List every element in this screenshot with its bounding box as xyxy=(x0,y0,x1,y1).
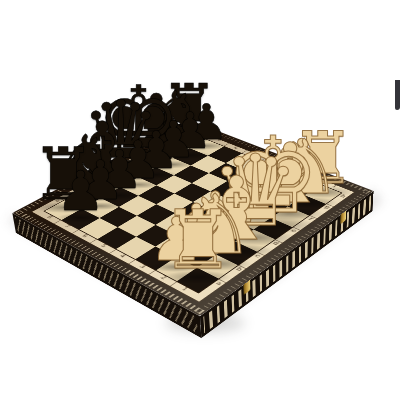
square-b6 xyxy=(99,207,137,227)
photo-edge-artifact xyxy=(395,80,400,110)
perspective-wrapper: 87654321 87654321 hgfedcba hgfedcba xyxy=(0,0,400,400)
square-e1 xyxy=(253,218,292,240)
square-c1 xyxy=(216,242,256,265)
square-f2 xyxy=(250,197,288,217)
square-c2 xyxy=(196,232,236,254)
square-c3 xyxy=(175,222,214,244)
coordinate-label: h xyxy=(326,193,349,207)
square-a3 xyxy=(136,246,176,269)
square-b4 xyxy=(136,225,175,247)
coordinate-label: 3 xyxy=(127,259,155,275)
coordinate-label: f xyxy=(293,215,318,230)
square-a5 xyxy=(97,227,136,249)
square-a6 xyxy=(79,218,117,239)
board-top-surface: 87654321 87654321 hgfedcba hgfedcba xyxy=(12,120,373,317)
square-e3 xyxy=(212,200,250,220)
square-a2 xyxy=(156,257,197,281)
square-a1 xyxy=(177,267,219,292)
coordinate-label: 1 xyxy=(169,281,199,298)
square-d2 xyxy=(214,220,253,242)
coordinate-label: 5 xyxy=(89,239,116,254)
coordinate-label: g xyxy=(310,204,335,219)
coordinate-label: 2 xyxy=(148,270,177,286)
coordinate-label: d xyxy=(257,239,284,256)
square-c5 xyxy=(137,204,175,224)
coordinate-label: 4 xyxy=(108,249,135,264)
coordinate-label: b xyxy=(219,265,247,283)
coordinate-label: 8 xyxy=(37,211,61,224)
coordinate-label: c xyxy=(238,252,265,269)
square-b2 xyxy=(176,244,216,267)
square-g1 xyxy=(288,195,326,215)
coordinate-label: e xyxy=(275,227,301,243)
square-d3 xyxy=(194,211,232,232)
coordinate-label: a xyxy=(199,278,228,297)
chess-set-photo: 87654321 87654321 hgfedcba hgfedcba ♜♞♝♛… xyxy=(0,0,400,400)
square-b5 xyxy=(118,215,156,236)
square-d1 xyxy=(235,229,275,251)
square-c4 xyxy=(156,213,194,234)
square-e2 xyxy=(233,209,271,230)
square-a7 xyxy=(62,209,100,230)
square-a4 xyxy=(116,237,156,260)
coordinate-label: 7 xyxy=(53,220,78,234)
rim-notch-pattern xyxy=(15,210,205,314)
chess-board: 87654321 87654321 hgfedcba hgfedcba xyxy=(12,120,373,317)
square-d4 xyxy=(175,202,213,222)
coordinate-label: 6 xyxy=(71,229,97,243)
square-b3 xyxy=(156,234,196,257)
square-b1 xyxy=(197,254,238,278)
square-f1 xyxy=(271,206,309,227)
